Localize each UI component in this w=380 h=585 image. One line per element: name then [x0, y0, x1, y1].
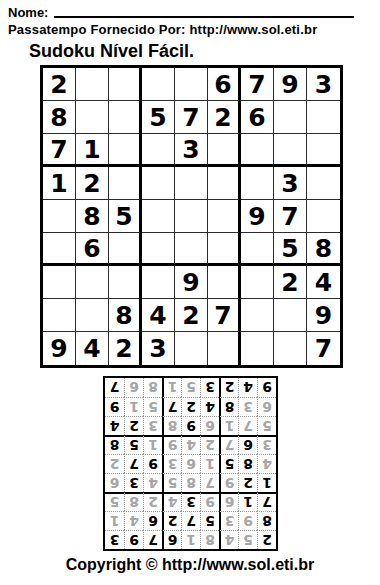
puzzle-cell[interactable]: [76, 101, 109, 134]
puzzle-cell[interactable]: [43, 266, 76, 299]
puzzle-cell: 9: [175, 266, 208, 299]
puzzle-cell[interactable]: [109, 266, 142, 299]
solution-cell: 2: [162, 511, 181, 530]
puzzle-cell: 8: [109, 299, 142, 332]
solution-cell: 1: [124, 397, 143, 416]
puzzle-cell: 4: [76, 332, 109, 365]
puzzle-cell: 5: [274, 233, 307, 266]
solution-cell: 9: [181, 416, 200, 435]
puzzle-cell[interactable]: [175, 167, 208, 200]
puzzle-cell[interactable]: [76, 266, 109, 299]
solution-cell: 2: [219, 378, 238, 397]
puzzle-cell: 3: [307, 68, 340, 101]
solution-cell: 2: [143, 492, 162, 511]
puzzle-cell[interactable]: [307, 134, 340, 167]
page-title: Sudoku Nível Fácil.: [29, 41, 194, 62]
puzzle-cell: 8: [76, 200, 109, 233]
puzzle-cell[interactable]: [43, 299, 76, 332]
puzzle-cell[interactable]: [175, 233, 208, 266]
solution-cell: 9: [162, 435, 181, 454]
puzzle-cell: 9: [241, 200, 274, 233]
puzzle-cell[interactable]: [208, 167, 241, 200]
solution-cell: 2: [124, 416, 143, 435]
solution-cell: 1: [219, 416, 238, 435]
puzzle-cell: 7: [175, 101, 208, 134]
solution-cell: 7: [105, 378, 124, 397]
sudoku-board: 267938572671312385976589248427994237: [40, 65, 343, 368]
puzzle-cell[interactable]: [208, 266, 241, 299]
solution-cell: 4: [181, 435, 200, 454]
puzzle-cell[interactable]: [241, 233, 274, 266]
puzzle-cell[interactable]: [274, 101, 307, 134]
solution-cell: 1: [143, 435, 162, 454]
solution-cell: 4: [219, 530, 238, 549]
puzzle-cell: 4: [142, 299, 175, 332]
puzzle-cell: 2: [109, 332, 142, 365]
provider-line: Passatempo Fornecido Por: http://www.sol…: [8, 22, 317, 37]
puzzle-cell[interactable]: [142, 134, 175, 167]
puzzle-cell: 2: [208, 101, 241, 134]
solution-cell: 5: [219, 454, 238, 473]
solution-cell: 5: [257, 416, 276, 435]
puzzle-cell[interactable]: [241, 266, 274, 299]
solution-cell: 9: [257, 378, 276, 397]
solution-cell: 5: [162, 473, 181, 492]
name-blank-line[interactable]: [54, 3, 354, 18]
puzzle-cell[interactable]: [109, 167, 142, 200]
solution-cell: 7: [162, 397, 181, 416]
page: Nome: Passatempo Fornecido Por: http://w…: [0, 0, 380, 585]
solution-cell: 1: [181, 530, 200, 549]
puzzle-cell: 4: [307, 266, 340, 299]
puzzle-cell[interactable]: [142, 68, 175, 101]
solution-cell: 7: [124, 454, 143, 473]
solution-cell: 4: [143, 473, 162, 492]
solution-cell: 3: [162, 454, 181, 473]
solution-cell: 8: [162, 416, 181, 435]
solution-cell: 5: [200, 511, 219, 530]
puzzle-cell: 7: [241, 68, 274, 101]
puzzle-cell[interactable]: [241, 332, 274, 365]
puzzle-cell[interactable]: [175, 68, 208, 101]
solution-cell: 6: [124, 378, 143, 397]
puzzle-cell[interactable]: [109, 134, 142, 167]
puzzle-cell: 2: [43, 68, 76, 101]
solution-cell: 1: [238, 492, 257, 511]
solution-cell: 2: [200, 435, 219, 454]
puzzle-cell: 7: [307, 332, 340, 365]
puzzle-cell[interactable]: [109, 68, 142, 101]
puzzle-cell[interactable]: [208, 200, 241, 233]
solution-cell: 5: [105, 492, 124, 511]
puzzle-cell: 2: [175, 299, 208, 332]
puzzle-cell[interactable]: [241, 299, 274, 332]
solution-cell: 6: [219, 492, 238, 511]
solution-cell: 4: [124, 511, 143, 530]
solution-cell: 8: [200, 530, 219, 549]
solution-cell: 6: [200, 416, 219, 435]
puzzle-cell[interactable]: [43, 200, 76, 233]
solution-cell: 5: [238, 530, 257, 549]
solution-cell: 4: [162, 492, 181, 511]
solution-cell: 3: [124, 473, 143, 492]
puzzle-cell[interactable]: [109, 233, 142, 266]
puzzle-cell[interactable]: [274, 332, 307, 365]
puzzle-cell: 1: [76, 134, 109, 167]
puzzle-cell: 2: [274, 266, 307, 299]
solution-cell: 6: [257, 397, 276, 416]
puzzle-cell: 3: [175, 134, 208, 167]
solution-cell: 7: [257, 492, 276, 511]
solution-cell: 6: [181, 454, 200, 473]
puzzle-cell: 6: [208, 68, 241, 101]
solution-cell: 6: [238, 435, 257, 454]
puzzle-cell[interactable]: [142, 167, 175, 200]
solution-cell: 9: [124, 530, 143, 549]
puzzle-cell: 2: [76, 167, 109, 200]
solution-cell: 9: [219, 473, 238, 492]
puzzle-cell: 1: [43, 167, 76, 200]
puzzle-cell[interactable]: [274, 299, 307, 332]
puzzle-cell[interactable]: [208, 233, 241, 266]
solution-cell: 7: [143, 530, 162, 549]
solution-cell: 3: [257, 435, 276, 454]
solution-cell: 7: [219, 435, 238, 454]
solution-cell: 4: [200, 397, 219, 416]
puzzle-cell[interactable]: [208, 332, 241, 365]
solution-cell: 7: [238, 416, 257, 435]
solution-cell: 5: [143, 397, 162, 416]
solution-cell: 3: [238, 397, 257, 416]
puzzle-cell: 7: [274, 200, 307, 233]
solution-cell: 3: [200, 378, 219, 397]
solution-cell: 6: [162, 530, 181, 549]
puzzle-cell[interactable]: [76, 299, 109, 332]
puzzle-cell: 5: [142, 101, 175, 134]
puzzle-cell[interactable]: [274, 134, 307, 167]
puzzle-cell: 9: [43, 332, 76, 365]
puzzle-cell: 9: [274, 68, 307, 101]
puzzle-cell[interactable]: [142, 233, 175, 266]
name-row: Nome:: [8, 3, 354, 19]
puzzle-cell[interactable]: [43, 233, 76, 266]
solution-cell: 7: [200, 473, 219, 492]
puzzle-cell[interactable]: [175, 332, 208, 365]
solution-cell: 6: [143, 511, 162, 530]
solution-board-rotated: 2548167938935726417169342851297854364851…: [103, 376, 278, 551]
solution-cell: 1: [257, 473, 276, 492]
solution-cell: 8: [105, 435, 124, 454]
solution-cell: 8: [257, 511, 276, 530]
puzzle-cell[interactable]: [307, 167, 340, 200]
puzzle-cell: 5: [109, 200, 142, 233]
solution-cell: 3: [105, 530, 124, 549]
solution-cell: 1: [105, 511, 124, 530]
solution-cell: 2: [238, 473, 257, 492]
solution-cell: 9: [200, 492, 219, 511]
solution-cell: 5: [181, 378, 200, 397]
puzzle-cell: 3: [142, 332, 175, 365]
puzzle-cell[interactable]: [76, 68, 109, 101]
puzzle-cell[interactable]: [241, 134, 274, 167]
solution-cell: 4: [257, 454, 276, 473]
solution-cell: 2: [105, 454, 124, 473]
name-label: Nome:: [8, 5, 48, 20]
solution-cell: 5: [124, 435, 143, 454]
puzzle-cell: 9: [307, 299, 340, 332]
puzzle-cell[interactable]: [241, 167, 274, 200]
puzzle-cell[interactable]: [142, 200, 175, 233]
solution-cell: 9: [143, 454, 162, 473]
solution-cell: 9: [105, 397, 124, 416]
solution-cell: 1: [200, 454, 219, 473]
copyright: Copyright © http://www.sol.eti.br: [0, 556, 380, 574]
puzzle-cell: 8: [43, 101, 76, 134]
puzzle-cell: 3: [274, 167, 307, 200]
solution-cell: 2: [257, 530, 276, 549]
solution-cell: 2: [181, 397, 200, 416]
solution-cell: 8: [143, 378, 162, 397]
solution-cell: 3: [181, 492, 200, 511]
solution-cell: 4: [105, 416, 124, 435]
solution-cell: 1: [162, 378, 181, 397]
puzzle-cell[interactable]: [307, 200, 340, 233]
solution-cell: 6: [105, 473, 124, 492]
puzzle-cell[interactable]: [208, 134, 241, 167]
solution-cell: 4: [238, 378, 257, 397]
solution-cell: 3: [219, 511, 238, 530]
puzzle-cell: 7: [43, 134, 76, 167]
puzzle-cell[interactable]: [175, 200, 208, 233]
puzzle-cell[interactable]: [307, 101, 340, 134]
puzzle-cell: 6: [241, 101, 274, 134]
puzzle-cell: 7: [208, 299, 241, 332]
solution-cell: 8: [124, 492, 143, 511]
solution-cell: 3: [143, 416, 162, 435]
puzzle-cell: 6: [76, 233, 109, 266]
solution-cell: 8: [238, 454, 257, 473]
solution-cell: 9: [238, 511, 257, 530]
solution-cell: 7: [181, 511, 200, 530]
puzzle-cell[interactable]: [142, 266, 175, 299]
puzzle-cell[interactable]: [109, 101, 142, 134]
solution-cell: 8: [219, 397, 238, 416]
solution-cell: 8: [181, 473, 200, 492]
puzzle-cell: 8: [307, 233, 340, 266]
